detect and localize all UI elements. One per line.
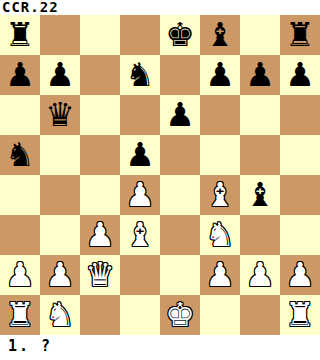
white-rook-icon: ♜ (285, 295, 315, 335)
square-f3[interactable]: ♞ (200, 215, 240, 255)
square-b1[interactable]: ♞ (40, 295, 80, 335)
black-knight-icon: ♞ (5, 135, 35, 175)
move-prompt: 1. ? (8, 336, 52, 356)
square-a6[interactable] (0, 95, 40, 135)
square-a7[interactable]: ♟ (0, 55, 40, 95)
square-b4[interactable] (40, 175, 80, 215)
square-b7[interactable]: ♟ (40, 55, 80, 95)
square-c8[interactable] (80, 15, 120, 55)
white-knight-icon: ♞ (205, 215, 235, 255)
white-king-icon: ♚ (165, 295, 195, 335)
white-pawn-icon: ♟ (285, 255, 315, 295)
square-a4[interactable] (0, 175, 40, 215)
square-d2[interactable] (120, 255, 160, 295)
square-d7[interactable]: ♞ (120, 55, 160, 95)
square-g6[interactable] (240, 95, 280, 135)
square-g4[interactable]: ♝ (240, 175, 280, 215)
square-f4[interactable]: ♝ (200, 175, 240, 215)
square-h5[interactable] (280, 135, 320, 175)
black-pawn-icon: ♟ (125, 135, 155, 175)
white-queen-icon: ♛ (85, 255, 115, 295)
square-h1[interactable]: ♜ (280, 295, 320, 335)
square-g2[interactable]: ♟ (240, 255, 280, 295)
square-b3[interactable] (40, 215, 80, 255)
black-rook-icon: ♜ (285, 15, 315, 55)
white-bishop-icon: ♝ (125, 215, 155, 255)
square-c6[interactable] (80, 95, 120, 135)
square-d3[interactable]: ♝ (120, 215, 160, 255)
square-h2[interactable]: ♟ (280, 255, 320, 295)
square-h3[interactable] (280, 215, 320, 255)
square-g3[interactable] (240, 215, 280, 255)
white-pawn-icon: ♟ (245, 255, 275, 295)
square-e8[interactable]: ♚ (160, 15, 200, 55)
white-pawn-icon: ♟ (125, 175, 155, 215)
black-knight-icon: ♞ (125, 55, 155, 95)
square-b2[interactable]: ♟ (40, 255, 80, 295)
square-c5[interactable] (80, 135, 120, 175)
black-pawn-icon: ♟ (5, 55, 35, 95)
square-e6[interactable]: ♟ (160, 95, 200, 135)
square-h6[interactable] (280, 95, 320, 135)
square-e4[interactable] (160, 175, 200, 215)
square-h8[interactable]: ♜ (280, 15, 320, 55)
square-d4[interactable]: ♟ (120, 175, 160, 215)
black-queen-icon: ♛ (45, 95, 75, 135)
square-a2[interactable]: ♟ (0, 255, 40, 295)
square-f6[interactable] (200, 95, 240, 135)
white-pawn-icon: ♟ (85, 215, 115, 255)
white-knight-icon: ♞ (45, 295, 75, 335)
square-e2[interactable] (160, 255, 200, 295)
black-king-icon: ♚ (165, 15, 195, 55)
chess-diagram: CCR.22 ♜♚♝♜♟♟♞♟♟♟♛♟♞♟♟♝♝♟♝♞♟♟♛♟♟♟♜♞♚♜ 1.… (0, 0, 320, 360)
square-b8[interactable] (40, 15, 80, 55)
black-pawn-icon: ♟ (285, 55, 315, 95)
square-h7[interactable]: ♟ (280, 55, 320, 95)
white-bishop-icon: ♝ (205, 175, 235, 215)
white-pawn-icon: ♟ (5, 255, 35, 295)
square-a5[interactable]: ♞ (0, 135, 40, 175)
diagram-title: CCR.22 (2, 0, 59, 15)
square-e3[interactable] (160, 215, 200, 255)
black-pawn-icon: ♟ (165, 95, 195, 135)
square-g8[interactable] (240, 15, 280, 55)
white-pawn-icon: ♟ (205, 255, 235, 295)
black-rook-icon: ♜ (5, 15, 35, 55)
square-c3[interactable]: ♟ (80, 215, 120, 255)
square-c2[interactable]: ♛ (80, 255, 120, 295)
square-g5[interactable] (240, 135, 280, 175)
square-g7[interactable]: ♟ (240, 55, 280, 95)
black-pawn-icon: ♟ (245, 55, 275, 95)
square-b5[interactable] (40, 135, 80, 175)
black-pawn-icon: ♟ (45, 55, 75, 95)
square-d5[interactable]: ♟ (120, 135, 160, 175)
square-a3[interactable] (0, 215, 40, 255)
square-b6[interactable]: ♛ (40, 95, 80, 135)
white-pawn-icon: ♟ (45, 255, 75, 295)
black-bishop-icon: ♝ (245, 175, 275, 215)
square-f5[interactable] (200, 135, 240, 175)
square-c7[interactable] (80, 55, 120, 95)
chess-board: ♜♚♝♜♟♟♞♟♟♟♛♟♞♟♟♝♝♟♝♞♟♟♛♟♟♟♜♞♚♜ (0, 15, 320, 335)
square-e5[interactable] (160, 135, 200, 175)
black-pawn-icon: ♟ (205, 55, 235, 95)
square-f2[interactable]: ♟ (200, 255, 240, 295)
white-rook-icon: ♜ (5, 295, 35, 335)
black-bishop-icon: ♝ (205, 15, 235, 55)
square-e7[interactable] (160, 55, 200, 95)
square-c1[interactable] (80, 295, 120, 335)
square-a8[interactable]: ♜ (0, 15, 40, 55)
square-d6[interactable] (120, 95, 160, 135)
square-g1[interactable] (240, 295, 280, 335)
square-h4[interactable] (280, 175, 320, 215)
square-e1[interactable]: ♚ (160, 295, 200, 335)
square-d1[interactable] (120, 295, 160, 335)
square-a1[interactable]: ♜ (0, 295, 40, 335)
square-f8[interactable]: ♝ (200, 15, 240, 55)
square-f7[interactable]: ♟ (200, 55, 240, 95)
square-f1[interactable] (200, 295, 240, 335)
square-c4[interactable] (80, 175, 120, 215)
square-d8[interactable] (120, 15, 160, 55)
